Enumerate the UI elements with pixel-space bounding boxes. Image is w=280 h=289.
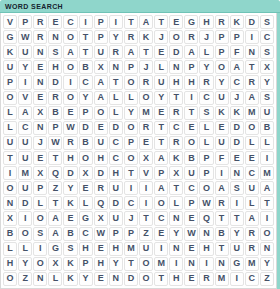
grid-cell[interactable]: Y xyxy=(169,227,183,241)
grid-cell[interactable]: X xyxy=(94,60,108,74)
grid-cell[interactable]: Y xyxy=(109,30,123,44)
grid-cell[interactable]: H xyxy=(169,75,183,89)
grid-cell[interactable]: J xyxy=(139,60,153,74)
grid-cell[interactable]: L xyxy=(124,91,138,105)
grid-cell[interactable]: U xyxy=(18,151,32,165)
grid-cell[interactable]: R xyxy=(124,30,138,44)
grid-cell[interactable]: H xyxy=(199,15,213,29)
grid-cell[interactable]: P xyxy=(199,166,213,180)
grid-cell[interactable]: I xyxy=(63,75,77,89)
grid-cell[interactable]: P xyxy=(18,15,32,29)
grid-cell[interactable]: M xyxy=(124,242,138,256)
grid-cell[interactable]: S xyxy=(260,45,274,59)
grid-cell[interactable]: O xyxy=(124,121,138,135)
grid-cell[interactable]: D xyxy=(109,196,123,210)
grid-cell[interactable]: O xyxy=(3,91,17,105)
grid-cell[interactable]: R xyxy=(94,181,108,195)
grid-cell[interactable]: Y xyxy=(260,75,274,89)
grid-cell[interactable]: C xyxy=(169,121,183,135)
grid-cell[interactable]: B xyxy=(79,60,93,74)
grid-cell[interactable]: V xyxy=(139,166,153,180)
grid-cell[interactable]: R xyxy=(169,136,183,150)
grid-cell[interactable]: D xyxy=(230,136,244,150)
grid-cell[interactable]: H xyxy=(109,166,123,180)
grid-cell[interactable]: L xyxy=(48,272,62,286)
grid-cell[interactable]: B xyxy=(260,121,274,135)
grid-cell[interactable]: W xyxy=(18,30,32,44)
grid-cell[interactable]: A xyxy=(63,45,77,59)
grid-cell[interactable]: E xyxy=(139,136,153,150)
grid-cell[interactable]: T xyxy=(124,257,138,271)
grid-cell[interactable]: G xyxy=(48,242,62,256)
grid-cell[interactable]: A xyxy=(245,211,259,225)
grid-cell[interactable]: B xyxy=(184,151,198,165)
grid-cell[interactable]: H xyxy=(79,242,93,256)
grid-cell[interactable]: W xyxy=(48,136,62,150)
grid-cell[interactable]: R xyxy=(33,30,47,44)
grid-cell[interactable]: U xyxy=(215,91,229,105)
grid-cell[interactable]: B xyxy=(79,136,93,150)
grid-cell[interactable]: T xyxy=(215,242,229,256)
grid-cell[interactable]: T xyxy=(169,91,183,105)
grid-cell[interactable]: I xyxy=(199,257,213,271)
grid-cell[interactable]: H xyxy=(94,257,108,271)
grid-cell[interactable]: J xyxy=(124,211,138,225)
grid-cell[interactable]: U xyxy=(3,136,17,150)
grid-cell[interactable]: X xyxy=(169,166,183,180)
grid-cell[interactable]: N xyxy=(184,257,198,271)
grid-cell[interactable]: V xyxy=(3,15,17,29)
grid-cell[interactable]: E xyxy=(94,121,108,135)
grid-cell[interactable]: A xyxy=(48,211,62,225)
grid-cell[interactable]: R xyxy=(199,272,213,286)
grid-cell[interactable]: L xyxy=(169,196,183,210)
grid-cell[interactable]: N xyxy=(245,45,259,59)
grid-cell[interactable]: T xyxy=(184,106,198,120)
grid-cell[interactable]: U xyxy=(260,106,274,120)
grid-cell[interactable]: L xyxy=(245,196,259,210)
grid-cell[interactable]: O xyxy=(79,151,93,165)
grid-cell[interactable]: E xyxy=(48,15,62,29)
grid-cell[interactable]: R xyxy=(109,45,123,59)
grid-cell[interactable]: P xyxy=(215,30,229,44)
grid-cell[interactable]: X xyxy=(139,151,153,165)
grid-cell[interactable]: P xyxy=(230,30,244,44)
grid-cell[interactable]: Z xyxy=(139,227,153,241)
grid-cell[interactable]: E xyxy=(154,106,168,120)
grid-cell[interactable]: K xyxy=(3,45,17,59)
grid-cell[interactable]: O xyxy=(199,181,213,195)
grid-cell[interactable]: P xyxy=(48,121,62,135)
grid-cell[interactable]: G xyxy=(3,30,17,44)
grid-cell[interactable]: I xyxy=(230,196,244,210)
grid-cell[interactable]: R xyxy=(184,30,198,44)
grid-cell[interactable]: E xyxy=(33,91,47,105)
grid-cell[interactable]: J xyxy=(33,136,47,150)
grid-cell[interactable]: N xyxy=(33,121,47,135)
grid-cell[interactable]: N xyxy=(3,196,17,210)
grid-cell[interactable]: I xyxy=(18,75,32,89)
grid-cell[interactable]: T xyxy=(79,30,93,44)
grid-cell[interactable]: T xyxy=(139,45,153,59)
grid-cell[interactable]: T xyxy=(48,151,62,165)
grid-cell[interactable]: C xyxy=(109,136,123,150)
grid-cell[interactable]: N xyxy=(48,30,62,44)
grid-cell[interactable]: E xyxy=(154,227,168,241)
grid-cell[interactable]: L xyxy=(199,121,213,135)
grid-cell[interactable]: T xyxy=(79,45,93,59)
grid-cell[interactable]: O xyxy=(33,257,47,271)
grid-cell[interactable]: I xyxy=(154,242,168,256)
grid-cell[interactable]: S xyxy=(260,91,274,105)
grid-cell[interactable]: S xyxy=(260,15,274,29)
grid-cell[interactable]: D xyxy=(124,272,138,286)
grid-cell[interactable]: U xyxy=(18,136,32,150)
grid-cell[interactable]: X xyxy=(33,106,47,120)
grid-cell[interactable]: S xyxy=(48,45,62,59)
grid-cell[interactable]: I xyxy=(18,211,32,225)
grid-cell[interactable]: H xyxy=(94,151,108,165)
grid-cell[interactable]: A xyxy=(154,181,168,195)
grid-cell[interactable]: E xyxy=(79,181,93,195)
grid-cell[interactable]: N xyxy=(33,45,47,59)
grid-cell[interactable]: A xyxy=(245,91,259,105)
grid-cell[interactable]: B xyxy=(48,106,62,120)
grid-cell[interactable]: T xyxy=(245,60,259,74)
grid-cell[interactable]: A xyxy=(18,106,32,120)
grid-cell[interactable]: T xyxy=(169,181,183,195)
grid-cell[interactable]: P xyxy=(124,136,138,150)
grid-cell[interactable]: O xyxy=(63,60,77,74)
grid-cell[interactable]: U xyxy=(18,45,32,59)
grid-cell[interactable]: E xyxy=(245,151,259,165)
grid-cell[interactable]: C xyxy=(230,75,244,89)
grid-cell[interactable]: T xyxy=(109,75,123,89)
grid-cell[interactable]: O xyxy=(3,181,17,195)
grid-cell[interactable]: C xyxy=(18,121,32,135)
grid-cell[interactable]: N xyxy=(109,272,123,286)
grid-cell[interactable]: T xyxy=(139,211,153,225)
grid-cell[interactable]: R xyxy=(245,75,259,89)
grid-cell[interactable]: O xyxy=(139,91,153,105)
grid-cell[interactable]: L xyxy=(245,136,259,150)
grid-cell[interactable]: Y xyxy=(18,60,32,74)
grid-cell[interactable]: N xyxy=(33,75,47,89)
grid-cell[interactable]: X xyxy=(3,211,17,225)
grid-cell[interactable]: U xyxy=(94,136,108,150)
grid-cell[interactable]: U xyxy=(245,181,259,195)
grid-cell[interactable]: C xyxy=(199,91,213,105)
grid-cell[interactable]: O xyxy=(33,211,47,225)
grid-cell[interactable]: E xyxy=(63,106,77,120)
grid-cell[interactable]: K xyxy=(169,151,183,165)
grid-cell[interactable]: L xyxy=(3,106,17,120)
grid-cell[interactable]: R xyxy=(245,242,259,256)
grid-cell[interactable]: T xyxy=(230,211,244,225)
grid-cell[interactable]: W xyxy=(184,227,198,241)
grid-cell[interactable]: C xyxy=(109,151,123,165)
grid-cell[interactable]: T xyxy=(154,121,168,135)
grid-cell[interactable]: W xyxy=(63,121,77,135)
grid-cell[interactable]: L xyxy=(33,196,47,210)
grid-cell[interactable]: O xyxy=(3,272,17,286)
grid-cell[interactable]: K xyxy=(139,30,153,44)
grid-cell[interactable]: T xyxy=(154,136,168,150)
grid-cell[interactable]: N xyxy=(33,272,47,286)
grid-cell[interactable]: R xyxy=(215,15,229,29)
grid-cell[interactable]: Y xyxy=(109,257,123,271)
grid-cell[interactable]: E xyxy=(215,121,229,135)
grid-cell[interactable]: P xyxy=(184,196,198,210)
grid-cell[interactable]: B xyxy=(63,227,77,241)
grid-cell[interactable]: T xyxy=(124,15,138,29)
grid-cell[interactable]: K xyxy=(215,106,229,120)
grid-cell[interactable]: U xyxy=(109,181,123,195)
grid-cell[interactable]: L xyxy=(154,60,168,74)
grid-cell[interactable]: O xyxy=(260,227,274,241)
grid-cell[interactable]: E xyxy=(184,211,198,225)
grid-cell[interactable]: Y xyxy=(260,257,274,271)
grid-cell[interactable]: I xyxy=(139,196,153,210)
grid-cell[interactable]: C xyxy=(245,166,259,180)
grid-cell[interactable]: I xyxy=(184,91,198,105)
grid-cell[interactable]: K xyxy=(63,257,77,271)
grid-cell[interactable]: J xyxy=(199,30,213,44)
grid-cell[interactable]: Z xyxy=(48,181,62,195)
grid-cell[interactable]: E xyxy=(33,151,47,165)
grid-cell[interactable]: O xyxy=(63,91,77,105)
grid-cell[interactable]: K xyxy=(230,106,244,120)
grid-cell[interactable]: I xyxy=(33,242,47,256)
grid-cell[interactable]: R xyxy=(139,75,153,89)
grid-cell[interactable]: D xyxy=(18,196,32,210)
grid-cell[interactable]: L xyxy=(79,196,93,210)
grid-cell[interactable]: K xyxy=(230,15,244,29)
grid-cell[interactable]: E xyxy=(63,211,77,225)
grid-cell[interactable]: H xyxy=(169,272,183,286)
grid-cell[interactable]: T xyxy=(154,15,168,29)
grid-cell[interactable]: U xyxy=(139,242,153,256)
grid-cell[interactable]: L xyxy=(199,45,213,59)
grid-cell[interactable]: A xyxy=(94,91,108,105)
grid-cell[interactable]: W xyxy=(94,227,108,241)
grid-cell[interactable]: L xyxy=(3,121,17,135)
grid-cell[interactable]: R xyxy=(33,15,47,29)
grid-cell[interactable]: H xyxy=(48,60,62,74)
grid-cell[interactable]: N xyxy=(199,227,213,241)
grid-cell[interactable]: U xyxy=(154,75,168,89)
grid-cell[interactable]: F xyxy=(215,151,229,165)
grid-cell[interactable]: T xyxy=(124,166,138,180)
grid-cell[interactable]: P xyxy=(124,60,138,74)
grid-cell[interactable]: A xyxy=(139,15,153,29)
grid-cell[interactable]: M xyxy=(260,166,274,180)
grid-cell[interactable]: Y xyxy=(154,91,168,105)
grid-cell[interactable]: L xyxy=(3,242,17,256)
grid-cell[interactable]: H xyxy=(199,242,213,256)
grid-cell[interactable]: C xyxy=(124,196,138,210)
grid-cell[interactable]: S xyxy=(230,181,244,195)
grid-cell[interactable]: G xyxy=(230,257,244,271)
grid-cell[interactable]: N xyxy=(169,60,183,74)
grid-cell[interactable]: X xyxy=(260,60,274,74)
grid-cell[interactable]: H xyxy=(63,151,77,165)
grid-cell[interactable]: R xyxy=(139,121,153,135)
grid-cell[interactable]: O xyxy=(245,121,259,135)
grid-cell[interactable]: L xyxy=(260,136,274,150)
grid-cell[interactable]: Y xyxy=(79,91,93,105)
grid-cell[interactable]: A xyxy=(230,60,244,74)
grid-cell[interactable]: I xyxy=(260,151,274,165)
grid-cell[interactable]: Y xyxy=(18,257,32,271)
grid-cell[interactable]: G xyxy=(184,15,198,29)
grid-cell[interactable]: R xyxy=(48,91,62,105)
grid-cell[interactable]: I xyxy=(260,211,274,225)
grid-cell[interactable]: P xyxy=(79,106,93,120)
grid-cell[interactable]: C xyxy=(63,15,77,29)
grid-cell[interactable]: O xyxy=(124,151,138,165)
grid-cell[interactable]: T xyxy=(3,151,17,165)
grid-cell[interactable]: R xyxy=(215,196,229,210)
grid-cell[interactable]: E xyxy=(94,272,108,286)
grid-cell[interactable]: I xyxy=(169,257,183,271)
grid-cell[interactable]: U xyxy=(230,242,244,256)
grid-cell[interactable]: Z xyxy=(18,272,32,286)
grid-cell[interactable]: F xyxy=(230,45,244,59)
grid-cell[interactable]: U xyxy=(3,60,17,74)
grid-cell[interactable]: K xyxy=(63,196,77,210)
grid-cell[interactable]: O xyxy=(94,106,108,120)
grid-cell[interactable]: M xyxy=(18,166,32,180)
grid-cell[interactable]: N xyxy=(230,166,244,180)
grid-cell[interactable]: N xyxy=(260,242,274,256)
grid-cell[interactable]: M xyxy=(245,106,259,120)
grid-cell[interactable]: I xyxy=(109,15,123,29)
grid-cell[interactable]: Y xyxy=(199,60,213,74)
grid-cell[interactable]: S xyxy=(199,106,213,120)
grid-cell[interactable]: A xyxy=(215,181,229,195)
grid-cell[interactable]: W xyxy=(199,196,213,210)
grid-cell[interactable]: L xyxy=(199,136,213,150)
grid-cell[interactable]: D xyxy=(109,121,123,135)
grid-cell[interactable]: A xyxy=(124,45,138,59)
grid-cell[interactable]: J xyxy=(230,91,244,105)
grid-cell[interactable]: P xyxy=(94,30,108,44)
grid-cell[interactable]: L xyxy=(109,91,123,105)
grid-cell[interactable]: O xyxy=(184,136,198,150)
grid-cell[interactable]: R xyxy=(63,136,77,150)
grid-cell[interactable]: E xyxy=(184,121,198,135)
grid-cell[interactable]: P xyxy=(199,151,213,165)
grid-cell[interactable]: A xyxy=(94,75,108,89)
grid-cell[interactable]: U xyxy=(18,181,32,195)
grid-cell[interactable]: X xyxy=(48,257,62,271)
grid-cell[interactable]: P xyxy=(109,227,123,241)
grid-cell[interactable]: U xyxy=(94,45,108,59)
grid-cell[interactable]: O xyxy=(139,257,153,271)
grid-cell[interactable]: A xyxy=(184,45,198,59)
grid-cell[interactable]: Q xyxy=(94,196,108,210)
grid-cell[interactable]: C xyxy=(260,30,274,44)
grid-cell[interactable]: P xyxy=(184,60,198,74)
grid-cell[interactable]: Y xyxy=(230,227,244,241)
grid-cell[interactable]: O xyxy=(139,272,153,286)
grid-cell[interactable]: P xyxy=(79,257,93,271)
grid-cell[interactable]: T xyxy=(154,272,168,286)
grid-cell[interactable]: U xyxy=(215,136,229,150)
grid-cell[interactable]: K xyxy=(63,272,77,286)
grid-cell[interactable]: I xyxy=(3,166,17,180)
grid-cell[interactable]: R xyxy=(245,227,259,241)
grid-cell[interactable]: N xyxy=(169,211,183,225)
grid-cell[interactable]: J xyxy=(154,30,168,44)
grid-cell[interactable]: A xyxy=(260,181,274,195)
grid-cell[interactable]: S xyxy=(33,227,47,241)
grid-cell[interactable]: M xyxy=(245,257,259,271)
grid-cell[interactable]: N xyxy=(215,257,229,271)
grid-cell[interactable]: T xyxy=(48,196,62,210)
grid-cell[interactable]: P xyxy=(94,15,108,29)
grid-cell[interactable]: X xyxy=(79,166,93,180)
grid-cell[interactable]: E xyxy=(169,15,183,29)
grid-cell[interactable]: M xyxy=(215,272,229,286)
grid-cell[interactable]: E xyxy=(33,60,47,74)
grid-cell[interactable]: T xyxy=(215,211,229,225)
grid-cell[interactable]: P xyxy=(215,45,229,59)
grid-cell[interactable]: D xyxy=(169,45,183,59)
grid-cell[interactable]: O xyxy=(169,30,183,44)
grid-cell[interactable]: D xyxy=(48,75,62,89)
grid-cell[interactable]: I xyxy=(245,30,259,44)
grid-cell[interactable]: H xyxy=(184,75,198,89)
grid-cell[interactable]: E xyxy=(184,272,198,286)
grid-cell[interactable]: V xyxy=(18,91,32,105)
grid-cell[interactable]: B xyxy=(3,227,17,241)
grid-cell[interactable]: L xyxy=(109,106,123,120)
grid-cell[interactable]: C xyxy=(245,272,259,286)
grid-cell[interactable]: Y xyxy=(124,106,138,120)
grid-cell[interactable]: I xyxy=(215,166,229,180)
grid-cell[interactable]: R xyxy=(199,75,213,89)
grid-cell[interactable]: Z xyxy=(260,272,274,286)
grid-cell[interactable]: O xyxy=(124,75,138,89)
grid-cell[interactable]: P xyxy=(124,227,138,241)
grid-cell[interactable]: B xyxy=(215,227,229,241)
grid-cell[interactable]: G xyxy=(79,211,93,225)
grid-cell[interactable]: D xyxy=(63,166,77,180)
grid-cell[interactable]: H xyxy=(3,257,17,271)
grid-cell[interactable]: C xyxy=(79,75,93,89)
grid-cell[interactable]: C xyxy=(154,211,168,225)
grid-cell[interactable]: N xyxy=(169,242,183,256)
grid-cell[interactable]: L xyxy=(18,242,32,256)
grid-cell[interactable]: N xyxy=(109,60,123,74)
grid-cell[interactable]: U xyxy=(109,211,123,225)
grid-cell[interactable]: R xyxy=(169,106,183,120)
grid-cell[interactable]: D xyxy=(245,15,259,29)
grid-cell[interactable]: E xyxy=(230,151,244,165)
grid-cell[interactable]: Q xyxy=(199,211,213,225)
grid-cell[interactable]: E xyxy=(184,242,198,256)
grid-cell[interactable]: Y xyxy=(79,272,93,286)
grid-cell[interactable]: O xyxy=(215,60,229,74)
grid-cell[interactable]: D xyxy=(79,121,93,135)
grid-cell[interactable]: P xyxy=(3,75,17,89)
grid-cell[interactable]: A xyxy=(154,151,168,165)
grid-cell[interactable]: O xyxy=(154,196,168,210)
grid-cell[interactable]: M xyxy=(154,257,168,271)
grid-cell[interactable]: P xyxy=(33,181,47,195)
